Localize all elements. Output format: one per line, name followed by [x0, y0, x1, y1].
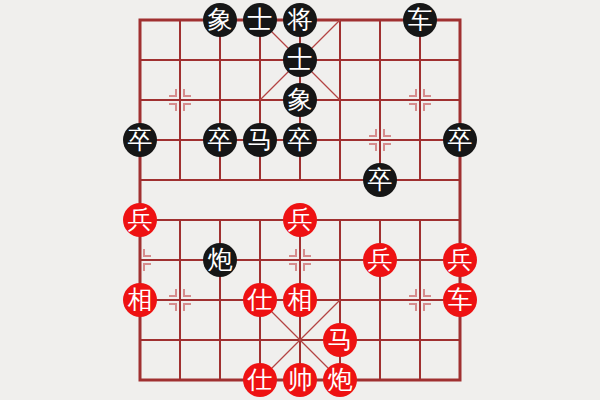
piece-red-horse[interactable]: 马 [323, 323, 357, 357]
piece-black-chariot[interactable]: 车 [403, 3, 437, 37]
piece-black-horse[interactable]: 马 [243, 123, 277, 157]
piece-black-general[interactable]: 将 [283, 3, 317, 37]
piece-black-elephant[interactable]: 象 [203, 3, 237, 37]
piece-red-soldier[interactable]: 兵 [443, 243, 477, 277]
piece-black-cannon[interactable]: 炮 [203, 243, 237, 277]
piece-red-chariot[interactable]: 车 [443, 283, 477, 317]
piece-black-advisor[interactable]: 士 [283, 43, 317, 77]
piece-black-elephant[interactable]: 象 [283, 83, 317, 117]
piece-black-advisor[interactable]: 士 [243, 3, 277, 37]
piece-red-general[interactable]: 帅 [283, 363, 317, 397]
piece-black-soldier[interactable]: 卒 [123, 123, 157, 157]
piece-red-elephant[interactable]: 相 [123, 283, 157, 317]
piece-black-soldier[interactable]: 卒 [203, 123, 237, 157]
piece-red-advisor[interactable]: 仕 [243, 283, 277, 317]
piece-red-advisor[interactable]: 仕 [243, 363, 277, 397]
piece-red-soldier[interactable]: 兵 [363, 243, 397, 277]
piece-red-cannon[interactable]: 炮 [323, 363, 357, 397]
piece-red-soldier[interactable]: 兵 [283, 203, 317, 237]
board-piece-grid: 象士将车士象卒卒马卒卒卒炮兵兵兵兵相仕相车马仕帅炮 [120, 0, 480, 400]
piece-black-soldier[interactable]: 卒 [363, 163, 397, 197]
piece-red-soldier[interactable]: 兵 [123, 203, 157, 237]
xiangqi-app: 象士将车士象卒卒马卒卒卒炮兵兵兵兵相仕相车马仕帅炮 [0, 0, 600, 400]
xiangqi-board: 象士将车士象卒卒马卒卒卒炮兵兵兵兵相仕相车马仕帅炮 [0, 0, 600, 400]
piece-red-elephant[interactable]: 相 [283, 283, 317, 317]
piece-black-soldier[interactable]: 卒 [443, 123, 477, 157]
piece-black-soldier[interactable]: 卒 [283, 123, 317, 157]
